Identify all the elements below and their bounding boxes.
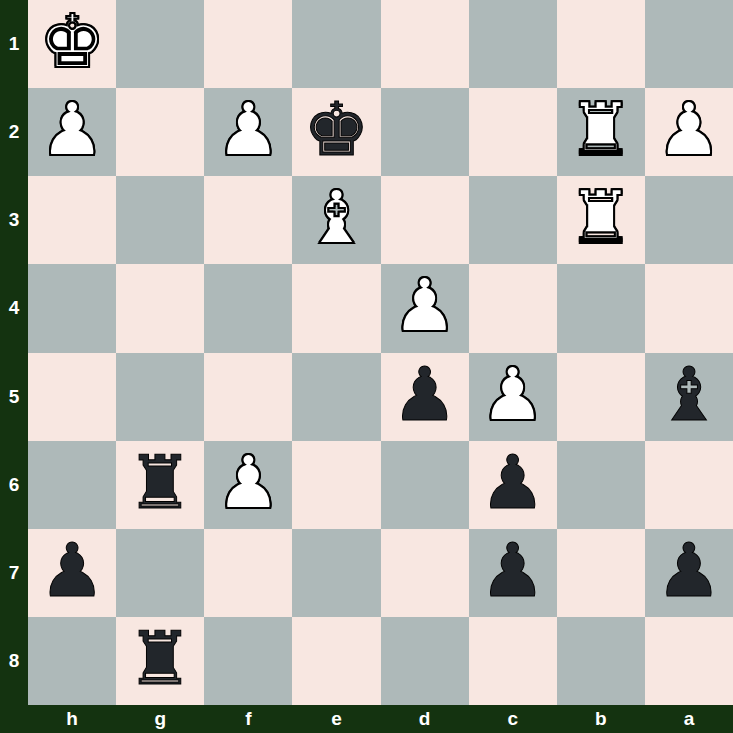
chess-board: ♚♟♟♚♜♟♝♜♟♟♟♝♜♟♟♟♟♟♜	[28, 0, 733, 705]
square-g5[interactable]	[116, 353, 204, 441]
square-h3[interactable]	[28, 176, 116, 264]
square-h8[interactable]	[28, 617, 116, 705]
square-h7[interactable]: ♟	[28, 529, 116, 617]
file-label-e: e	[292, 705, 380, 733]
square-b4[interactable]	[557, 264, 645, 352]
rank-label-2: 2	[0, 88, 28, 176]
square-f5[interactable]	[204, 353, 292, 441]
rank-label-5: 5	[0, 353, 28, 441]
file-label-h: h	[28, 705, 116, 733]
square-a3[interactable]	[645, 176, 733, 264]
square-g1[interactable]	[116, 0, 204, 88]
square-e4[interactable]	[292, 264, 380, 352]
square-h2[interactable]: ♟	[28, 88, 116, 176]
square-h4[interactable]	[28, 264, 116, 352]
square-b2[interactable]: ♜	[557, 88, 645, 176]
square-c7[interactable]: ♟	[469, 529, 557, 617]
piece-white-pawn[interactable]: ♟	[391, 268, 457, 342]
rank-label-7: 7	[0, 529, 28, 617]
square-b3[interactable]: ♜	[557, 176, 645, 264]
square-g2[interactable]	[116, 88, 204, 176]
piece-white-bishop[interactable]: ♝	[303, 180, 369, 254]
file-label-c: c	[469, 705, 557, 733]
file-label-b: b	[557, 705, 645, 733]
square-d1[interactable]	[381, 0, 469, 88]
chess-board-widget: 12345678 ♚♟♟♚♜♟♝♜♟♟♟♝♜♟♟♟♟♟♜ hgfedcba	[0, 0, 733, 733]
square-b8[interactable]	[557, 617, 645, 705]
square-c8[interactable]	[469, 617, 557, 705]
square-c6[interactable]: ♟	[469, 441, 557, 529]
square-d8[interactable]	[381, 617, 469, 705]
rank-label-8: 8	[0, 617, 28, 705]
square-a5[interactable]: ♝	[645, 353, 733, 441]
piece-white-rook[interactable]: ♜	[568, 180, 634, 254]
square-b5[interactable]	[557, 353, 645, 441]
piece-black-rook[interactable]: ♜	[127, 445, 193, 519]
square-e3[interactable]: ♝	[292, 176, 380, 264]
square-g4[interactable]	[116, 264, 204, 352]
square-d2[interactable]	[381, 88, 469, 176]
square-a6[interactable]	[645, 441, 733, 529]
rank-label-1: 1	[0, 0, 28, 88]
piece-black-pawn[interactable]: ♟	[480, 533, 546, 607]
piece-black-pawn[interactable]: ♟	[39, 533, 105, 607]
rank-label-4: 4	[0, 264, 28, 352]
square-b7[interactable]	[557, 529, 645, 617]
piece-white-rook[interactable]: ♜	[568, 92, 634, 166]
square-e8[interactable]	[292, 617, 380, 705]
square-c2[interactable]	[469, 88, 557, 176]
square-f8[interactable]	[204, 617, 292, 705]
square-d5[interactable]: ♟	[381, 353, 469, 441]
square-f3[interactable]	[204, 176, 292, 264]
square-b1[interactable]	[557, 0, 645, 88]
piece-black-rook[interactable]: ♜	[127, 621, 193, 695]
file-labels: hgfedcba	[28, 705, 733, 733]
square-c3[interactable]	[469, 176, 557, 264]
square-e5[interactable]	[292, 353, 380, 441]
square-e7[interactable]	[292, 529, 380, 617]
piece-white-pawn[interactable]: ♟	[215, 445, 281, 519]
square-e2[interactable]: ♚	[292, 88, 380, 176]
piece-black-pawn[interactable]: ♟	[391, 357, 457, 431]
square-e6[interactable]	[292, 441, 380, 529]
rank-labels: 12345678	[0, 0, 28, 705]
square-c1[interactable]	[469, 0, 557, 88]
square-f4[interactable]	[204, 264, 292, 352]
square-d4[interactable]: ♟	[381, 264, 469, 352]
file-label-g: g	[116, 705, 204, 733]
square-e1[interactable]	[292, 0, 380, 88]
file-label-f: f	[204, 705, 292, 733]
rank-label-6: 6	[0, 441, 28, 529]
piece-black-bishop[interactable]: ♝	[656, 357, 722, 431]
square-g7[interactable]	[116, 529, 204, 617]
square-a8[interactable]	[645, 617, 733, 705]
piece-white-pawn[interactable]: ♟	[480, 357, 546, 431]
piece-black-pawn[interactable]: ♟	[480, 445, 546, 519]
square-g6[interactable]: ♜	[116, 441, 204, 529]
square-f2[interactable]: ♟	[204, 88, 292, 176]
rank-label-3: 3	[0, 176, 28, 264]
square-a2[interactable]: ♟	[645, 88, 733, 176]
file-label-a: a	[645, 705, 733, 733]
square-h1[interactable]: ♚	[28, 0, 116, 88]
square-c5[interactable]: ♟	[469, 353, 557, 441]
file-label-d: d	[381, 705, 469, 733]
piece-black-king[interactable]: ♚	[303, 92, 369, 166]
square-f7[interactable]	[204, 529, 292, 617]
piece-white-pawn[interactable]: ♟	[39, 92, 105, 166]
piece-white-king[interactable]: ♚	[39, 4, 105, 78]
square-g8[interactable]: ♜	[116, 617, 204, 705]
square-d7[interactable]	[381, 529, 469, 617]
piece-black-pawn[interactable]: ♟	[656, 533, 722, 607]
square-d3[interactable]	[381, 176, 469, 264]
square-a7[interactable]: ♟	[645, 529, 733, 617]
square-a4[interactable]	[645, 264, 733, 352]
square-h6[interactable]	[28, 441, 116, 529]
square-c4[interactable]	[469, 264, 557, 352]
square-g3[interactable]	[116, 176, 204, 264]
board-corner-spacer	[0, 705, 28, 733]
square-f1[interactable]	[204, 0, 292, 88]
piece-white-pawn[interactable]: ♟	[656, 92, 722, 166]
piece-white-pawn[interactable]: ♟	[215, 92, 281, 166]
square-h5[interactable]	[28, 353, 116, 441]
square-f6[interactable]: ♟	[204, 441, 292, 529]
square-b6[interactable]	[557, 441, 645, 529]
square-a1[interactable]	[645, 0, 733, 88]
square-d6[interactable]	[381, 441, 469, 529]
